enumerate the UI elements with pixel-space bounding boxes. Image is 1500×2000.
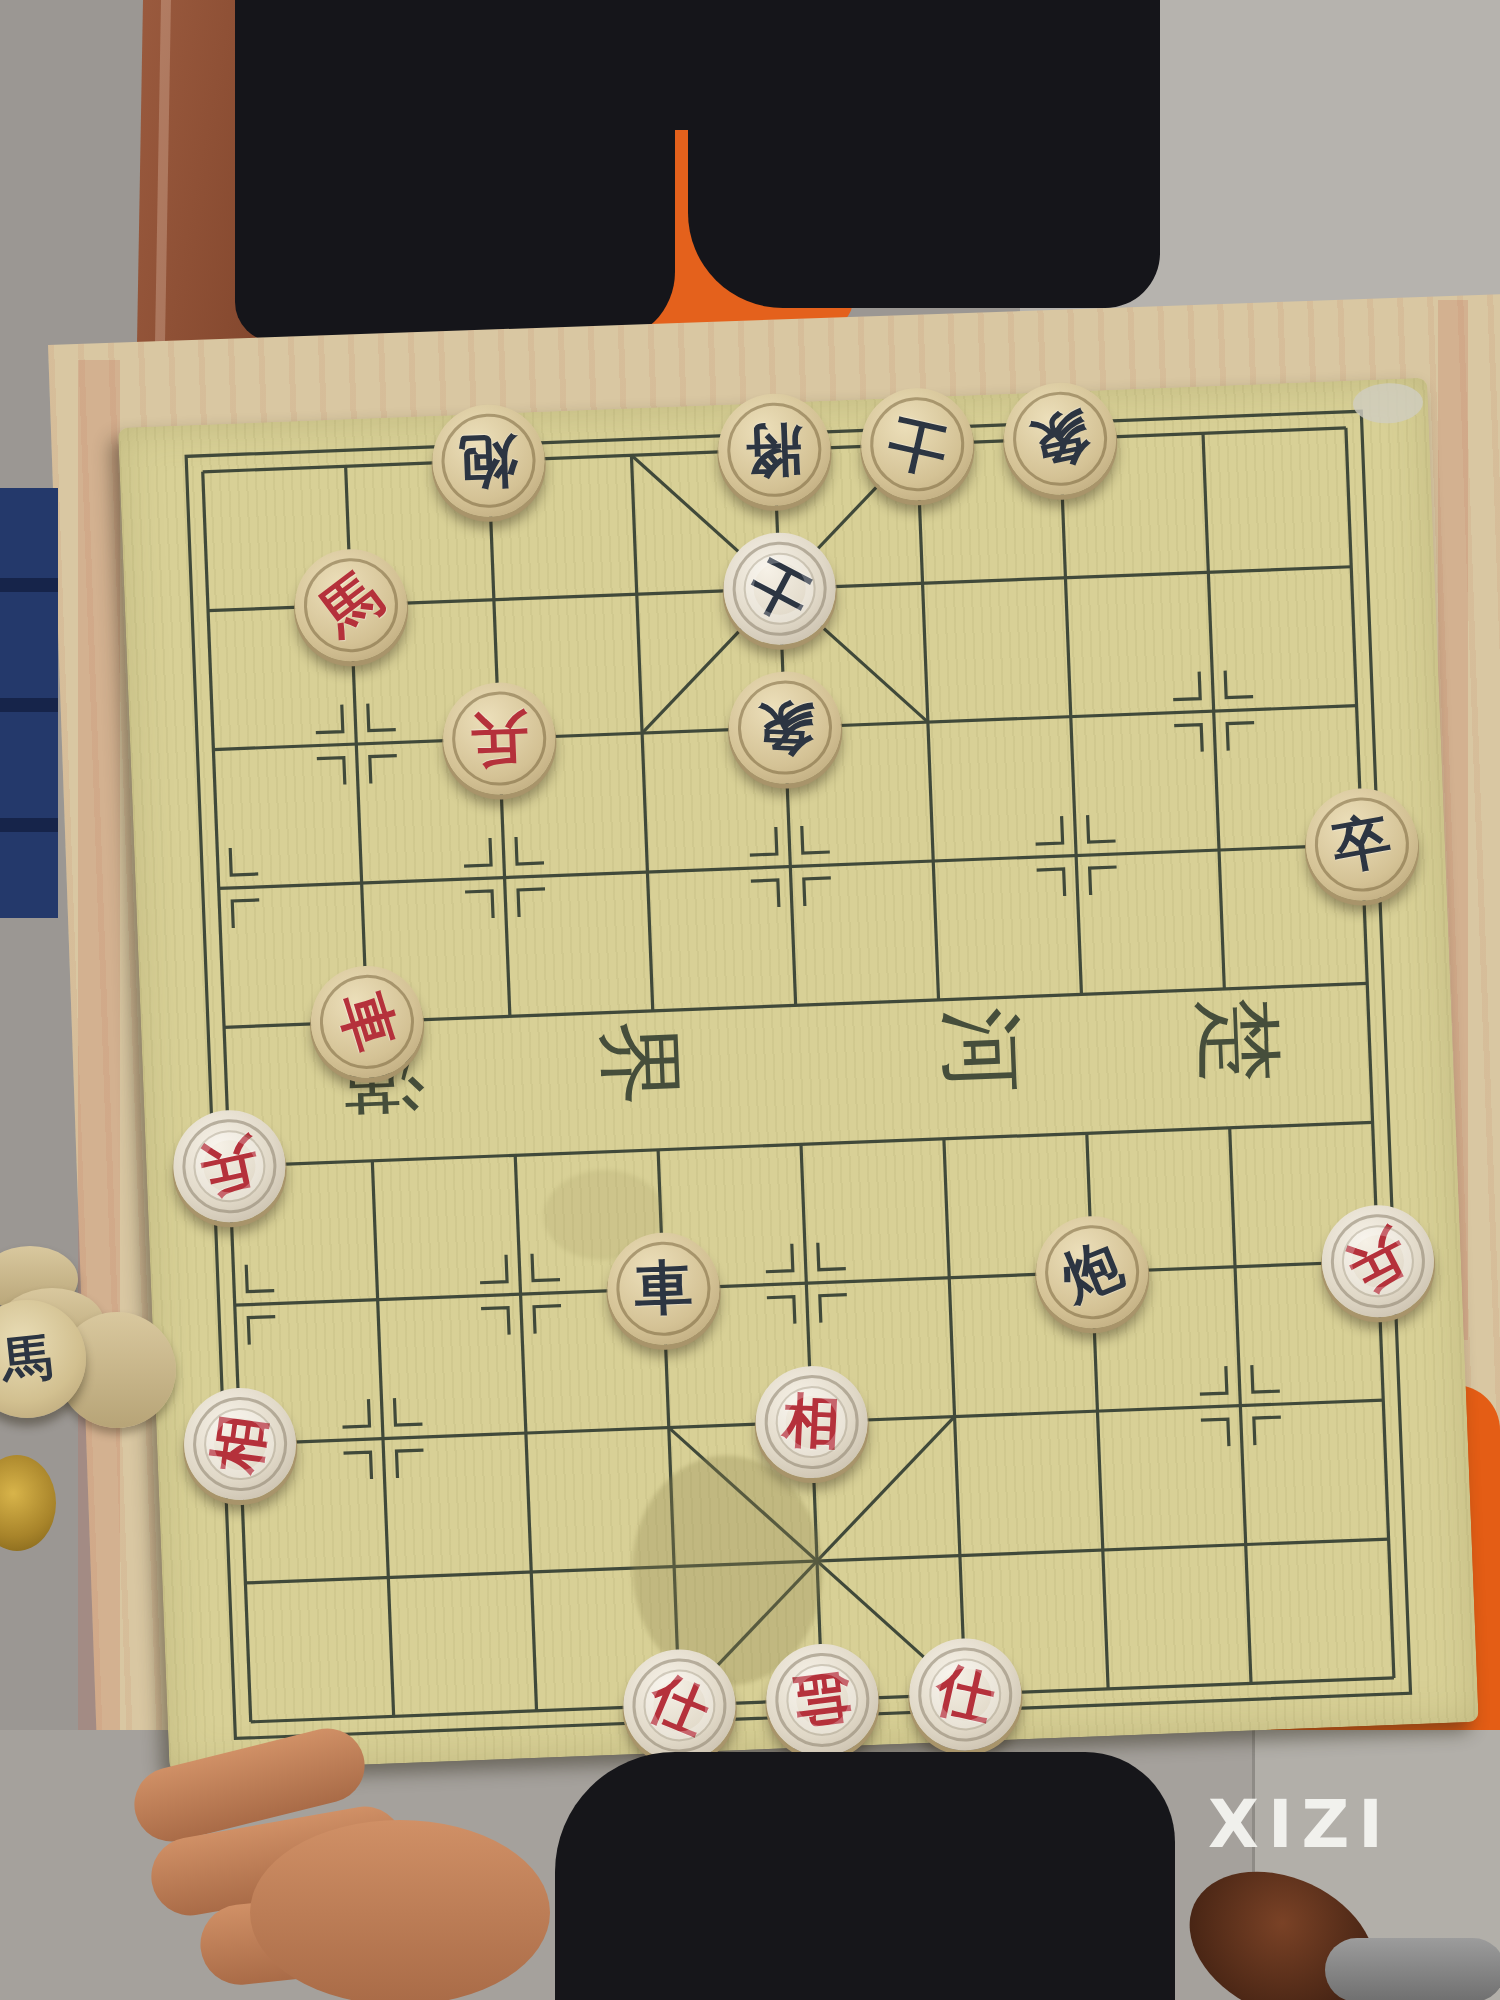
piece-glyph: 炮 bbox=[430, 403, 546, 519]
captured-piece-horse[interactable]: 馬 bbox=[0, 1300, 86, 1418]
piece-red-f2r5[interactable]: 車 bbox=[309, 964, 425, 1080]
piece-black-f7r1[interactable]: 象 bbox=[1002, 381, 1118, 497]
piece-black-f6r1[interactable]: 士 bbox=[859, 386, 975, 502]
piece-black-f4r7[interactable]: 車 bbox=[605, 1231, 721, 1347]
piece-glyph: 相 bbox=[177, 1381, 303, 1507]
piece-black-f7r7[interactable]: 炮 bbox=[1034, 1214, 1150, 1330]
river-label-he: 河 bbox=[938, 1006, 1027, 1095]
piece-red-f6r10[interactable]: 仕 bbox=[907, 1636, 1023, 1752]
piece-red-f1r8[interactable]: 相 bbox=[182, 1386, 298, 1502]
piece-glyph: 卒 bbox=[1297, 780, 1427, 910]
piece-red-f9r7[interactable]: 兵 bbox=[1320, 1203, 1436, 1319]
piece-glyph: 兵 bbox=[163, 1100, 296, 1233]
watermark: XIZI bbox=[1208, 1786, 1392, 1863]
wood-grain-streak bbox=[78, 360, 120, 1740]
piece-glyph: 將 bbox=[716, 392, 832, 508]
piece-black-f9r4[interactable]: 卒 bbox=[1304, 786, 1420, 902]
piece-glyph: 兵 bbox=[441, 680, 557, 796]
piece-glyph: 象 bbox=[726, 669, 843, 786]
piece-red-f1r6[interactable]: 兵 bbox=[171, 1108, 287, 1224]
river-label-chu: 楚 bbox=[1195, 996, 1284, 1085]
piece-red-f5r10[interactable]: 帥 bbox=[764, 1642, 880, 1758]
piece-glyph: 象 bbox=[994, 372, 1127, 505]
piece-black-f5r1[interactable]: 將 bbox=[716, 392, 832, 508]
piece-red-f4r10[interactable]: 仕 bbox=[621, 1647, 737, 1763]
photo-scene: 漢 界 河 楚 炮將士象士象卒車炮馬兵車兵兵相相仕帥仕 馬 XIZI bbox=[0, 0, 1500, 2000]
player-pants-left-leg bbox=[235, 0, 675, 342]
piece-glyph: 相 bbox=[753, 1363, 870, 1480]
player-knee bbox=[555, 1752, 1175, 2000]
piece-black-f5r3[interactable]: 象 bbox=[727, 670, 843, 786]
xiangqi-board[interactable]: 漢 界 河 楚 炮將士象士象卒車炮馬兵車兵兵相相仕帥仕 bbox=[118, 378, 1479, 1772]
brass-disc bbox=[0, 1455, 56, 1551]
piece-red-f5r8[interactable]: 相 bbox=[754, 1364, 870, 1480]
river-label-jie: 界 bbox=[596, 1019, 685, 1108]
piece-black-f3r1[interactable]: 炮 bbox=[430, 403, 546, 519]
metal-pipe bbox=[1325, 1938, 1500, 2000]
blue-stool bbox=[0, 488, 58, 918]
player-pants-right-leg bbox=[688, 0, 1160, 308]
piece-glyph: 帥 bbox=[760, 1637, 885, 1762]
piece-glyph: 車 bbox=[605, 1231, 721, 1347]
player-hand bbox=[250, 1820, 550, 2000]
piece-black-f5r2[interactable]: 士 bbox=[722, 531, 838, 647]
piece-red-f3r3[interactable]: 兵 bbox=[441, 680, 557, 796]
